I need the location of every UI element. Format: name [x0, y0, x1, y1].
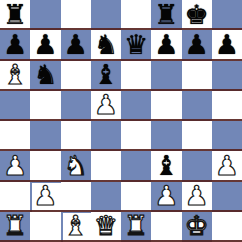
white-rook: ♜ [3, 212, 27, 239]
square-d4[interactable] [91, 121, 121, 151]
square-a2[interactable] [0, 182, 30, 212]
square-f8[interactable]: ♜ [151, 0, 181, 30]
square-e6[interactable] [121, 61, 151, 91]
square-e7[interactable]: ♛ [121, 30, 151, 60]
square-f1[interactable] [151, 212, 181, 242]
square-c5[interactable] [61, 91, 91, 121]
square-g1[interactable]: ♚ [182, 212, 212, 242]
square-h7[interactable]: ♟ [212, 30, 242, 60]
black-bishop: ♝ [94, 61, 118, 88]
square-c1[interactable]: ♝ [61, 212, 91, 242]
square-c6[interactable] [61, 61, 91, 91]
chess-board-screenshot: ♜♜♚♟♟♟♞♛♟♟♟♝♞♝♟♟♞♝♟♟♟♟♜♝♛♜♚ [0, 0, 242, 242]
white-bishop: ♝ [64, 212, 88, 239]
white-pawn: ♟ [33, 182, 57, 209]
white-rook: ♜ [124, 212, 148, 239]
square-g8[interactable]: ♚ [182, 0, 212, 30]
square-e3[interactable] [121, 151, 151, 181]
square-c4[interactable] [61, 121, 91, 151]
black-pawn: ♟ [185, 31, 209, 58]
square-h3[interactable]: ♟ [212, 151, 242, 181]
square-h8[interactable] [212, 0, 242, 30]
white-knight: ♞ [64, 152, 88, 179]
square-e2[interactable] [121, 182, 151, 212]
square-f6[interactable] [151, 61, 181, 91]
square-g5[interactable] [182, 91, 212, 121]
square-c8[interactable] [61, 0, 91, 30]
square-b5[interactable] [30, 91, 60, 121]
square-h4[interactable] [212, 121, 242, 151]
square-g6[interactable] [182, 61, 212, 91]
square-b3[interactable] [30, 151, 60, 181]
square-a1[interactable]: ♜ [0, 212, 30, 242]
square-c2[interactable] [61, 182, 91, 212]
square-g2[interactable]: ♟ [182, 182, 212, 212]
square-a4[interactable] [0, 121, 30, 151]
white-pawn: ♟ [3, 152, 27, 179]
black-knight: ♞ [33, 61, 57, 88]
black-pawn: ♟ [33, 31, 57, 58]
square-c3[interactable]: ♞ [61, 151, 91, 181]
square-e8[interactable] [121, 0, 151, 30]
square-g4[interactable] [182, 121, 212, 151]
square-d7[interactable]: ♞ [91, 30, 121, 60]
black-king: ♚ [185, 1, 209, 28]
chess-board: ♜♜♚♟♟♟♞♛♟♟♟♝♞♝♟♟♞♝♟♟♟♟♜♝♛♜♚ [0, 0, 242, 242]
black-pawn: ♟ [215, 31, 239, 58]
square-e4[interactable] [121, 121, 151, 151]
square-e1[interactable]: ♜ [121, 212, 151, 242]
black-rook: ♜ [154, 1, 178, 28]
square-a6[interactable]: ♝ [0, 61, 30, 91]
square-b1[interactable] [30, 212, 60, 242]
square-b4[interactable] [30, 121, 60, 151]
white-pawn: ♟ [185, 182, 209, 209]
square-g7[interactable]: ♟ [182, 30, 212, 60]
square-f3[interactable]: ♝ [151, 151, 181, 181]
white-pawn: ♟ [94, 91, 118, 118]
black-queen: ♛ [124, 31, 148, 58]
square-b6[interactable]: ♞ [30, 61, 60, 91]
square-f7[interactable]: ♟ [151, 30, 181, 60]
square-a3[interactable]: ♟ [0, 151, 30, 181]
black-knight: ♞ [94, 31, 118, 58]
square-g3[interactable] [182, 151, 212, 181]
square-h1[interactable] [212, 212, 242, 242]
square-h2[interactable] [212, 182, 242, 212]
square-a5[interactable] [0, 91, 30, 121]
white-pawn: ♟ [154, 182, 178, 209]
black-pawn: ♟ [64, 31, 88, 58]
square-f4[interactable] [151, 121, 181, 151]
square-d5[interactable]: ♟ [91, 91, 121, 121]
square-d6[interactable]: ♝ [91, 61, 121, 91]
square-f2[interactable]: ♟ [151, 182, 181, 212]
square-h5[interactable] [212, 91, 242, 121]
white-queen: ♛ [94, 212, 118, 239]
black-pawn: ♟ [154, 31, 178, 58]
square-d1[interactable]: ♛ [91, 212, 121, 242]
black-bishop: ♝ [154, 152, 178, 179]
white-bishop: ♝ [3, 61, 27, 88]
square-d2[interactable] [91, 182, 121, 212]
square-a8[interactable]: ♜ [0, 0, 30, 30]
square-f5[interactable] [151, 91, 181, 121]
square-c7[interactable]: ♟ [61, 30, 91, 60]
square-b2[interactable]: ♟ [30, 182, 60, 212]
square-d3[interactable] [91, 151, 121, 181]
square-b8[interactable] [30, 0, 60, 30]
black-rook: ♜ [3, 1, 27, 28]
square-d8[interactable] [91, 0, 121, 30]
black-pawn: ♟ [3, 31, 27, 58]
white-king: ♚ [185, 212, 209, 239]
square-h6[interactable] [212, 61, 242, 91]
square-e5[interactable] [121, 91, 151, 121]
square-a7[interactable]: ♟ [0, 30, 30, 60]
square-b7[interactable]: ♟ [30, 30, 60, 60]
white-pawn: ♟ [215, 152, 239, 179]
